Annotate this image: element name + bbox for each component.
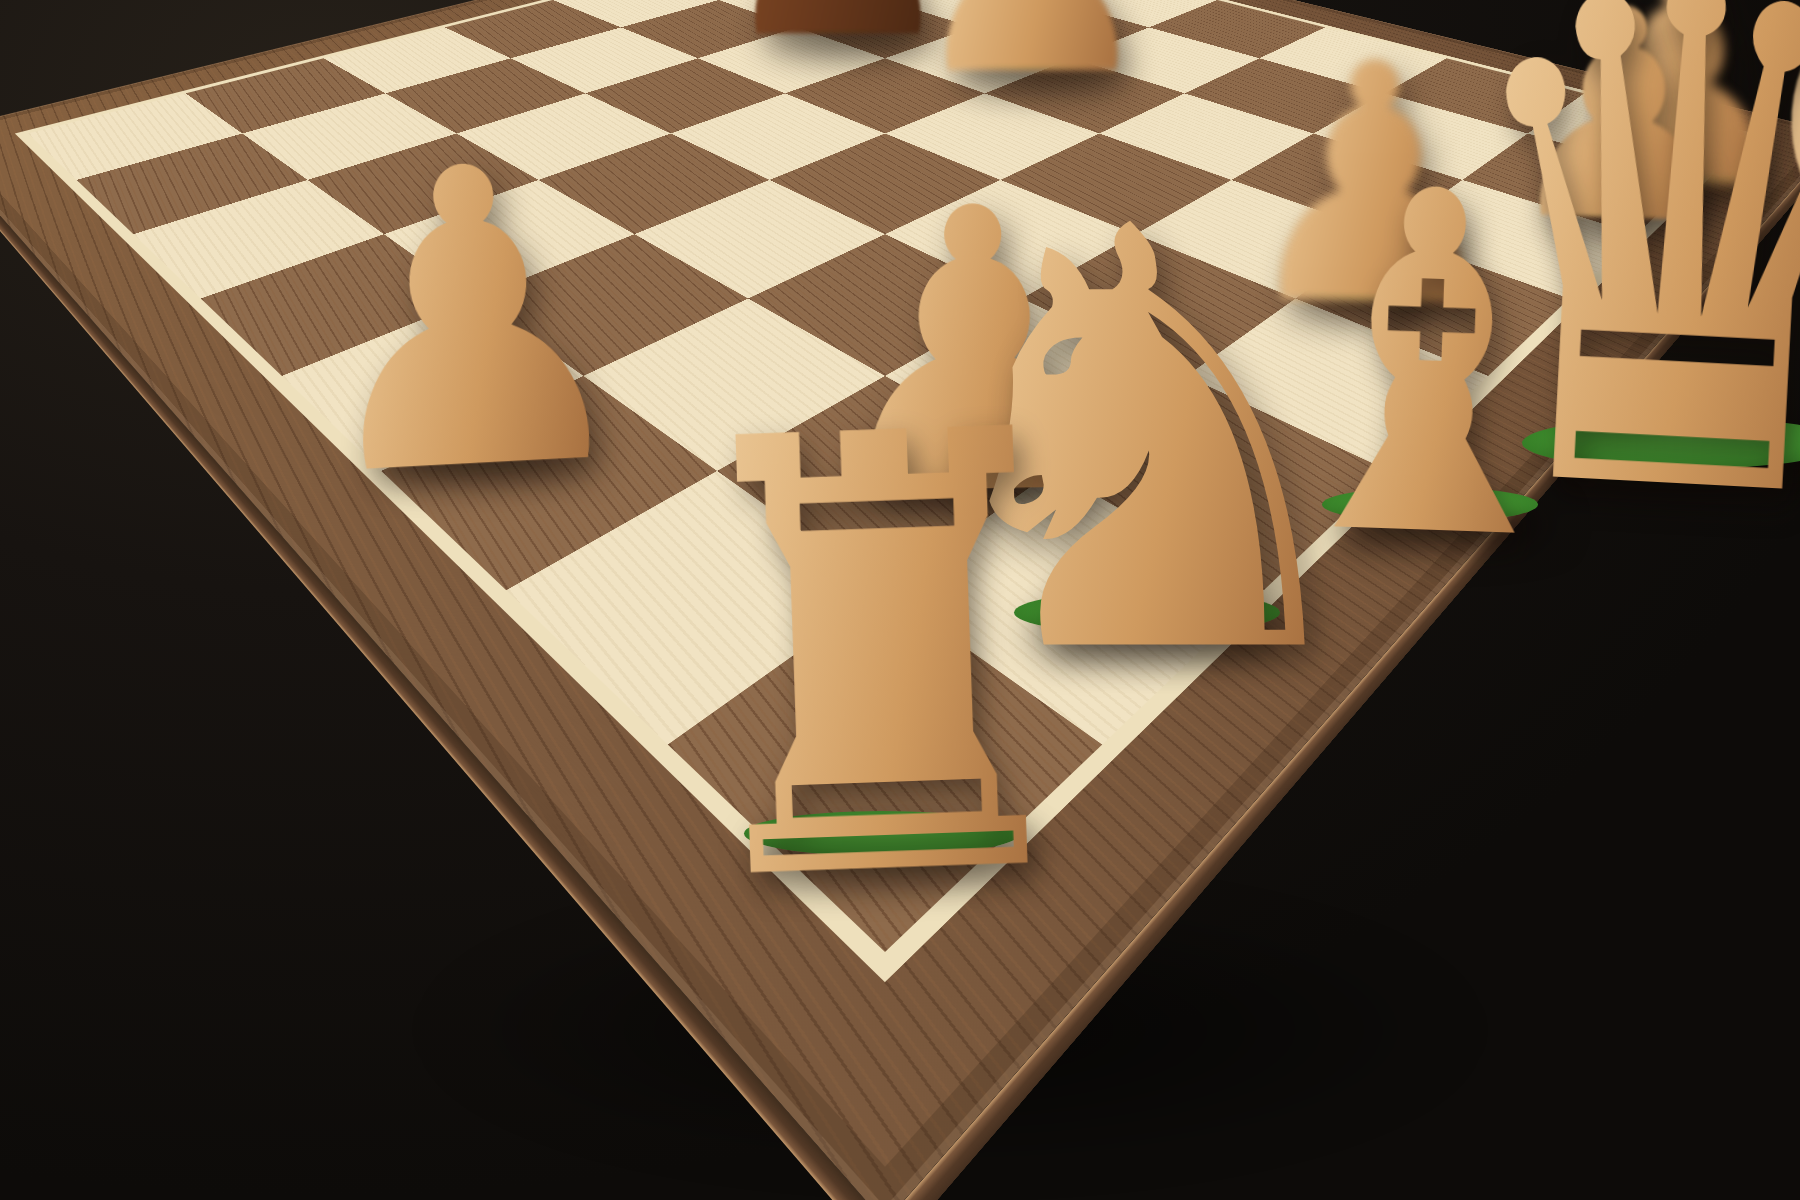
white-pawn-icon: ♟ bbox=[290, 107, 649, 534]
white-pawn-icon: ♟ bbox=[904, 0, 1160, 118]
piece-layer: ♟♟♟♟♟♚♟♛♟♝♞♜ bbox=[0, 0, 1800, 1200]
photo-stage: ♟♟♟♟♟♚♟♛♟♝♞♜ bbox=[0, 0, 1800, 1200]
white-rook-icon: ♜ bbox=[651, 352, 1113, 967]
